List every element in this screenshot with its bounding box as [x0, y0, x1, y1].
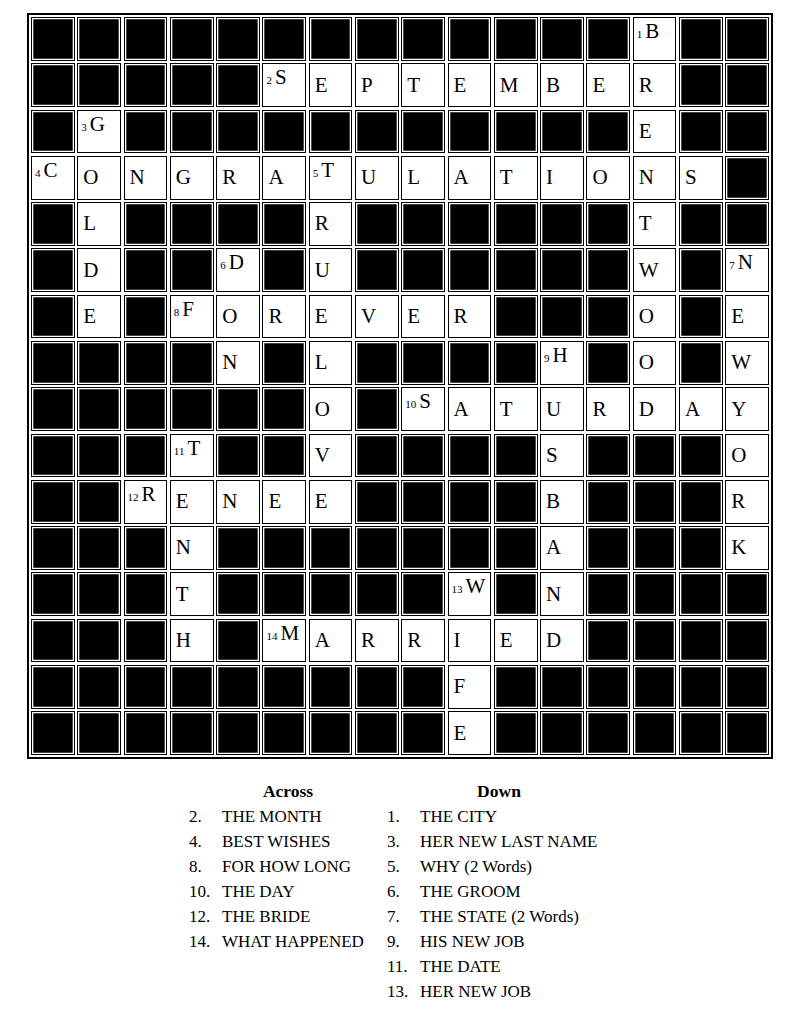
cell-r9c9[interactable]: 10S: [401, 387, 445, 431]
crossword-grid: 1B2SEPTEMBER3GE4CONGRA5TULATIONSLRTD6DUW…: [27, 13, 773, 759]
across-clue-2: 2.THE MONTH: [189, 804, 387, 829]
cell-r14c4[interactable]: H: [170, 619, 214, 663]
cell-r9c10[interactable]: A: [448, 387, 492, 431]
cell-r3c12: [540, 110, 584, 154]
cell-r8c7[interactable]: L: [309, 341, 353, 385]
cell-r6c11: [494, 248, 538, 292]
cell-r10c9: [401, 434, 445, 478]
cell-letter: N: [541, 584, 561, 605]
cell-letter: U: [356, 167, 376, 188]
crossword-page: 1B2SEPTEMBER3GE4CONGRA5TULATIONSLRTD6DUW…: [0, 0, 791, 1004]
cell-r13c14: [633, 572, 677, 616]
cell-r1c15: [679, 17, 723, 61]
cell-letter: I: [449, 630, 461, 651]
cell-letter: R: [587, 399, 606, 420]
cell-letter: T: [171, 584, 189, 605]
cell-r4c14[interactable]: N: [633, 156, 677, 200]
cell-r12c8: [355, 526, 399, 570]
cell-r9c12[interactable]: U: [540, 387, 584, 431]
cell-letter: G: [171, 167, 191, 188]
down-clue-3: 3.HER NEW LAST NAME: [387, 829, 611, 854]
cell-r12c14: [633, 526, 677, 570]
cell-letter: O: [634, 352, 654, 373]
cell-r6c8: [355, 248, 399, 292]
cell-letter: E: [634, 121, 652, 142]
cell-r3c3: [124, 110, 168, 154]
cell-r14c1: [31, 619, 75, 663]
cell-letter: E: [402, 306, 420, 327]
cell-r12c16[interactable]: K: [725, 526, 769, 570]
cell-letter: L: [310, 352, 328, 373]
cell-r4c8[interactable]: U: [355, 156, 399, 200]
cell-r11c11: [494, 480, 538, 524]
cell-letter: N: [171, 537, 191, 558]
cell-r10c7[interactable]: V: [309, 434, 353, 478]
cell-r5c10: [448, 202, 492, 246]
across-clue-14: 14.WHAT HAPPENED: [189, 929, 387, 954]
cell-r8c6: [262, 341, 306, 385]
cell-r15c6: [262, 665, 306, 709]
cell-r9c13[interactable]: R: [586, 387, 630, 431]
cell-r1c16: [725, 17, 769, 61]
cell-r1c12: [540, 17, 584, 61]
down-clue-9: 9.HIS NEW JOB: [387, 929, 611, 954]
cell-r8c5[interactable]: N: [216, 341, 260, 385]
cell-r14c8[interactable]: R: [355, 619, 399, 663]
cell-letter: A: [449, 399, 469, 420]
cell-r5c12: [540, 202, 584, 246]
cell-letter: R: [356, 630, 375, 651]
cell-r4c10[interactable]: A: [448, 156, 492, 200]
cell-r8c4: [170, 341, 214, 385]
cell-r7c10[interactable]: R: [448, 295, 492, 339]
cell-r14c2: [77, 619, 121, 663]
cell-r2c5: [216, 63, 260, 107]
cell-r9c2: [77, 387, 121, 431]
cell-r4c2[interactable]: O: [77, 156, 121, 200]
cell-r16c15: [679, 711, 723, 755]
cell-r14c16: [725, 619, 769, 663]
cell-r10c4[interactable]: 11T: [170, 434, 214, 478]
across-header: Across: [189, 779, 387, 804]
cell-r2c8[interactable]: P: [355, 63, 399, 107]
cell-letter: W: [726, 352, 751, 373]
cell-r4c9[interactable]: L: [401, 156, 445, 200]
cell-r4c1[interactable]: 4C: [31, 156, 75, 200]
cell-r11c16[interactable]: R: [725, 480, 769, 524]
clues-section: Across 2.THE MONTH4.BEST WISHES8.FOR HOW…: [189, 779, 791, 1004]
cell-r12c1: [31, 526, 75, 570]
cell-r8c11: [494, 341, 538, 385]
cell-r3c9: [401, 110, 445, 154]
clue-list-text: THE DAY: [222, 879, 295, 904]
cell-letter: D: [226, 252, 244, 273]
cell-r6c2[interactable]: D: [77, 248, 121, 292]
cell-r11c8: [355, 480, 399, 524]
clue-number: 7: [726, 260, 735, 271]
cell-letter: D: [634, 399, 654, 420]
clue-number: 12: [125, 492, 139, 503]
cell-letter: Y: [726, 399, 746, 420]
cell-r8c10: [448, 341, 492, 385]
cell-r16c2: [77, 711, 121, 755]
cell-r3c4: [170, 110, 214, 154]
cell-letter: S: [541, 445, 558, 466]
cell-letter: A: [310, 630, 330, 651]
cell-r5c1: [31, 202, 75, 246]
cell-letter: K: [726, 537, 746, 558]
cell-r5c2[interactable]: L: [77, 202, 121, 246]
cell-r6c4: [170, 248, 214, 292]
cell-r9c15[interactable]: A: [679, 387, 723, 431]
clue-list-number: 5.: [387, 854, 420, 879]
cell-r6c12: [540, 248, 584, 292]
cell-letter: A: [541, 537, 561, 558]
clue-number: 8: [171, 307, 180, 318]
cell-r12c3: [124, 526, 168, 570]
cell-r3c6: [262, 110, 306, 154]
cell-r6c6: [262, 248, 306, 292]
clue-list-number: 7.: [387, 904, 420, 929]
cell-r6c16[interactable]: 7N: [725, 248, 769, 292]
cell-r6c5[interactable]: 6D: [216, 248, 260, 292]
cell-r8c8: [355, 341, 399, 385]
down-clue-11: 11.THE DATE: [387, 954, 611, 979]
cell-r2c4: [170, 63, 214, 107]
clue-number: 6: [217, 260, 226, 271]
cell-letter: D: [541, 630, 561, 651]
cell-r11c5[interactable]: N: [216, 480, 260, 524]
cell-r2c12[interactable]: B: [540, 63, 584, 107]
clue-number: 9: [541, 353, 550, 364]
cell-r14c11[interactable]: E: [494, 619, 538, 663]
cell-letter: N: [125, 167, 145, 188]
cell-letter: O: [78, 167, 98, 188]
cell-r9c6: [262, 387, 306, 431]
cell-r7c4[interactable]: 8F: [170, 295, 214, 339]
cell-r15c1: [31, 665, 75, 709]
cell-r7c12: [540, 295, 584, 339]
cell-r16c11: [494, 711, 538, 755]
clue-number: 14: [263, 631, 277, 642]
cell-letter: L: [402, 167, 420, 188]
cell-r13c13: [586, 572, 630, 616]
cell-r1c14[interactable]: 1B: [633, 17, 677, 61]
down-clues-column: Down 1.THE CITY3.HER NEW LAST NAME5.WHY …: [387, 779, 611, 1004]
cell-r14c14: [633, 619, 677, 663]
across-clue-4: 4.BEST WISHES: [189, 829, 387, 854]
cell-letter: F: [449, 676, 466, 697]
cell-letter: E: [449, 723, 467, 744]
cell-r11c3[interactable]: 12R: [124, 480, 168, 524]
cell-r2c10[interactable]: E: [448, 63, 492, 107]
cell-r7c9[interactable]: E: [401, 295, 445, 339]
clue-list-text: THE BRIDE: [222, 904, 310, 929]
cell-r13c12[interactable]: N: [540, 572, 584, 616]
cell-r13c16: [725, 572, 769, 616]
across-clues-column: Across 2.THE MONTH4.BEST WISHES8.FOR HOW…: [189, 779, 387, 1004]
cell-r7c1: [31, 295, 75, 339]
cell-r1c2: [77, 17, 121, 61]
cell-letter: B: [642, 21, 659, 42]
cell-r5c4: [170, 202, 214, 246]
cell-r14c10[interactable]: I: [448, 619, 492, 663]
cell-r1c1: [31, 17, 75, 61]
cell-r9c5: [216, 387, 260, 431]
cell-r7c7[interactable]: E: [309, 295, 353, 339]
cell-letter: L: [78, 213, 96, 234]
cell-letter: G: [87, 114, 105, 135]
cell-letter: O: [310, 399, 330, 420]
clue-list-number: 4.: [189, 829, 222, 854]
cell-r12c10: [448, 526, 492, 570]
cell-r6c7[interactable]: U: [309, 248, 353, 292]
cell-r13c10[interactable]: 13W: [448, 572, 492, 616]
cell-r5c5: [216, 202, 260, 246]
cell-r7c13: [586, 295, 630, 339]
cell-r5c7[interactable]: R: [309, 202, 353, 246]
clue-list-text: WHY (2 Words): [420, 854, 532, 879]
cell-r16c6: [262, 711, 306, 755]
cell-r12c7: [309, 526, 353, 570]
down-clue-13: 13.HER NEW JOB: [387, 979, 611, 1004]
cell-r12c4[interactable]: N: [170, 526, 214, 570]
cell-r14c6[interactable]: 14M: [262, 619, 306, 663]
cell-letter: R: [310, 213, 329, 234]
clue-list-number: 3.: [387, 829, 420, 854]
cell-r8c13: [586, 341, 630, 385]
cell-r7c5[interactable]: O: [216, 295, 260, 339]
cell-r4c3[interactable]: N: [124, 156, 168, 200]
cell-r10c13: [586, 434, 630, 478]
cell-r2c7[interactable]: E: [309, 63, 353, 107]
clue-list-number: 1.: [387, 804, 420, 829]
cell-letter: O: [634, 306, 654, 327]
clue-list-number: 6.: [387, 879, 420, 904]
cell-r16c10[interactable]: E: [448, 711, 492, 755]
cell-r16c1: [31, 711, 75, 755]
cell-r9c1: [31, 387, 75, 431]
cell-r9c16[interactable]: Y: [725, 387, 769, 431]
clue-list-number: 13.: [387, 979, 420, 1004]
clue-list-number: 14.: [189, 929, 222, 954]
cell-r15c10[interactable]: F: [448, 665, 492, 709]
cell-r1c3: [124, 17, 168, 61]
cell-letter: H: [171, 630, 191, 651]
cell-r2c9[interactable]: T: [401, 63, 445, 107]
clue-list-number: 10.: [189, 879, 222, 904]
cell-r10c16[interactable]: O: [725, 434, 769, 478]
cell-r4c15[interactable]: S: [679, 156, 723, 200]
cell-r2c11[interactable]: M: [494, 63, 538, 107]
cell-r3c16: [725, 110, 769, 154]
cell-r4c5[interactable]: R: [216, 156, 260, 200]
across-clue-12: 12.THE BRIDE: [189, 904, 387, 929]
cell-r11c6[interactable]: E: [262, 480, 306, 524]
cell-r7c6[interactable]: R: [262, 295, 306, 339]
cell-r12c9: [401, 526, 445, 570]
cell-r14c12[interactable]: D: [540, 619, 584, 663]
cell-r10c15: [679, 434, 723, 478]
cell-letter: E: [726, 306, 744, 327]
cell-letter: T: [402, 75, 420, 96]
cell-r5c3: [124, 202, 168, 246]
cell-r1c9: [401, 17, 445, 61]
cell-r10c12[interactable]: S: [540, 434, 584, 478]
clue-list-text: HER NEW LAST NAME: [420, 829, 597, 854]
cell-r2c14[interactable]: R: [633, 63, 677, 107]
cell-r3c1: [31, 110, 75, 154]
clue-list-text: THE MONTH: [222, 804, 322, 829]
cell-r8c12[interactable]: 9H: [540, 341, 584, 385]
cell-letter: N: [735, 252, 753, 273]
cell-r7c2[interactable]: E: [77, 295, 121, 339]
cell-r15c5: [216, 665, 260, 709]
clue-list-text: THE CITY: [420, 804, 497, 829]
cell-r4c6[interactable]: A: [262, 156, 306, 200]
cell-letter: B: [541, 491, 560, 512]
cell-r12c5: [216, 526, 260, 570]
cell-r13c9: [401, 572, 445, 616]
cell-r15c3: [124, 665, 168, 709]
cell-letter: N: [217, 352, 237, 373]
cell-letter: F: [179, 299, 194, 320]
cell-letter: E: [171, 491, 189, 512]
cell-r13c4[interactable]: T: [170, 572, 214, 616]
cell-letter: E: [310, 75, 328, 96]
cell-r4c12[interactable]: I: [540, 156, 584, 200]
cell-letter: E: [587, 75, 605, 96]
down-clue-5: 5.WHY (2 Words): [387, 854, 611, 879]
cell-r16c4: [170, 711, 214, 755]
cell-r11c7[interactable]: E: [309, 480, 353, 524]
across-clue-list: 2.THE MONTH4.BEST WISHES8.FOR HOW LONG10…: [189, 804, 387, 954]
cell-r15c16: [725, 665, 769, 709]
cell-letter: R: [634, 75, 653, 96]
cell-r3c14[interactable]: E: [633, 110, 677, 154]
cell-r14c13: [586, 619, 630, 663]
cell-r7c16[interactable]: E: [725, 295, 769, 339]
cell-r15c2: [77, 665, 121, 709]
cell-r15c14: [633, 665, 677, 709]
clue-list-text: FOR HOW LONG: [222, 854, 351, 879]
cell-r16c16: [725, 711, 769, 755]
cell-r8c16[interactable]: W: [725, 341, 769, 385]
cell-r2c1: [31, 63, 75, 107]
cell-r9c7[interactable]: O: [309, 387, 353, 431]
cell-r4c13[interactable]: O: [586, 156, 630, 200]
cell-r9c11[interactable]: T: [494, 387, 538, 431]
cell-r2c16: [725, 63, 769, 107]
clue-list-number: 2.: [189, 804, 222, 829]
clue-number: 10: [402, 399, 416, 410]
cell-r3c15: [679, 110, 723, 154]
cell-r12c13: [586, 526, 630, 570]
cell-r12c11: [494, 526, 538, 570]
cell-r2c13[interactable]: E: [586, 63, 630, 107]
cell-letter: N: [634, 167, 654, 188]
cell-r9c3: [124, 387, 168, 431]
clue-list-text: HER NEW JOB: [420, 979, 531, 1004]
cell-r6c9: [401, 248, 445, 292]
cell-r1c7: [309, 17, 353, 61]
cell-r11c4[interactable]: E: [170, 480, 214, 524]
cell-r2c2: [77, 63, 121, 107]
cell-r1c6: [262, 17, 306, 61]
cell-letter: T: [495, 167, 513, 188]
cell-letter: A: [680, 399, 700, 420]
cell-letter: R: [217, 167, 236, 188]
cell-r4c7[interactable]: 5T: [309, 156, 353, 200]
cell-r13c3: [124, 572, 168, 616]
cell-r12c6: [262, 526, 306, 570]
cell-r9c14[interactable]: D: [633, 387, 677, 431]
cell-r14c15: [679, 619, 723, 663]
cell-letter: P: [356, 75, 373, 96]
cell-r8c15: [679, 341, 723, 385]
cell-r4c11[interactable]: T: [494, 156, 538, 200]
cell-r9c4: [170, 387, 214, 431]
cell-letter: M: [495, 75, 519, 96]
cell-r5c13: [586, 202, 630, 246]
cell-r1c13: [586, 17, 630, 61]
cell-r5c11: [494, 202, 538, 246]
cell-r6c14[interactable]: W: [633, 248, 677, 292]
cell-r16c3: [124, 711, 168, 755]
cell-letter: O: [726, 445, 746, 466]
clue-list-text: THE STATE (2 Words): [420, 904, 579, 929]
cell-r3c10: [448, 110, 492, 154]
cell-r14c7[interactable]: A: [309, 619, 353, 663]
cell-r6c15: [679, 248, 723, 292]
cell-letter: E: [310, 491, 328, 512]
cell-r10c10: [448, 434, 492, 478]
cell-r11c12[interactable]: B: [540, 480, 584, 524]
cell-r12c12[interactable]: A: [540, 526, 584, 570]
cell-r15c8: [355, 665, 399, 709]
cell-r8c14[interactable]: O: [633, 341, 677, 385]
cell-letter: S: [680, 167, 697, 188]
cell-r7c8[interactable]: V: [355, 295, 399, 339]
cell-r15c11: [494, 665, 538, 709]
cell-r11c13: [586, 480, 630, 524]
cell-r4c4[interactable]: G: [170, 156, 214, 200]
down-clue-7: 7.THE STATE (2 Words): [387, 904, 611, 929]
cell-r2c15: [679, 63, 723, 107]
cell-r2c6[interactable]: 2S: [262, 63, 306, 107]
clue-number: 4: [32, 168, 41, 179]
cell-r3c8: [355, 110, 399, 154]
clue-number: 5: [310, 168, 319, 179]
cell-letter: T: [184, 438, 200, 459]
cell-r3c2[interactable]: 3G: [77, 110, 121, 154]
cell-r10c2: [77, 434, 121, 478]
cell-letter: B: [541, 75, 560, 96]
cell-r1c8: [355, 17, 399, 61]
cell-letter: C: [41, 160, 58, 181]
cell-r3c11: [494, 110, 538, 154]
cell-letter: U: [541, 399, 561, 420]
cell-r3c5: [216, 110, 260, 154]
cell-r11c2: [77, 480, 121, 524]
cell-r14c9[interactable]: R: [401, 619, 445, 663]
cell-r6c3: [124, 248, 168, 292]
cell-r7c14[interactable]: O: [633, 295, 677, 339]
cell-r12c15: [679, 526, 723, 570]
cell-letter: I: [541, 167, 553, 188]
cell-r5c14[interactable]: T: [633, 202, 677, 246]
cell-letter: N: [217, 491, 237, 512]
